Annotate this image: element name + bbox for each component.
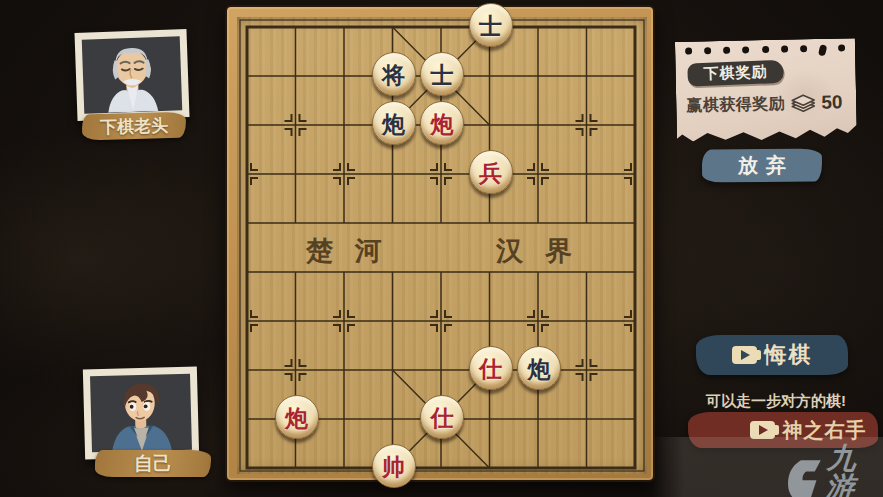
reward-line: 赢棋获得奖励 50: [686, 90, 843, 117]
piece-black-将[interactable]: 将: [372, 52, 416, 96]
binder-hole: [685, 48, 692, 55]
banknotes-icon: [788, 91, 818, 116]
hint-text: 可以走一步对方的棋!: [686, 392, 866, 411]
piece-glyph: 炮: [285, 406, 308, 429]
piece-glyph: 将: [382, 63, 405, 86]
piece-red-帅[interactable]: 帅: [372, 444, 416, 488]
piece-glyph: 炮: [382, 112, 405, 135]
piece-glyph: 仕: [431, 406, 454, 429]
binder-hole: [723, 47, 730, 54]
river-label-right: 汉界: [469, 233, 599, 269]
board-surface: 楚河 汉界 士将士炮炮兵仕炮炮仕帅: [237, 17, 647, 474]
piece-red-仕[interactable]: 仕: [420, 395, 464, 439]
binder-hole: [742, 46, 749, 53]
self-name-banner: 自己: [95, 450, 211, 477]
piece-red-炮[interactable]: 炮: [275, 395, 319, 439]
give-up-label: 放弃: [730, 152, 794, 180]
play-icon: [759, 425, 768, 435]
binder-hole: [762, 46, 769, 53]
piece-glyph: 炮: [528, 357, 551, 380]
piece-red-兵[interactable]: 兵: [469, 150, 513, 194]
binder-holes: [685, 44, 845, 58]
undo-move-button[interactable]: 悔棋: [696, 335, 848, 375]
give-up-button[interactable]: 放弃: [702, 148, 822, 182]
watermark-logo: 九游: [788, 444, 883, 497]
old-man-illustration: [82, 36, 183, 113]
binder-hole: [800, 45, 807, 52]
video-ad-icon: [732, 346, 757, 364]
binder-hole: [838, 44, 845, 51]
reward-note: 下棋奖励 赢棋获得奖励 50: [675, 38, 857, 145]
piece-glyph: 炮: [431, 112, 454, 135]
xiangqi-board[interactable]: 楚河 汉界 士将士炮炮兵仕炮炮仕帅: [225, 5, 655, 482]
reward-title: 下棋奖励: [703, 62, 768, 83]
piece-glyph: 兵: [479, 161, 502, 184]
piece-black-炮[interactable]: 炮: [372, 101, 416, 145]
opponent-avatar: [82, 36, 183, 113]
piece-glyph: 帅: [382, 455, 405, 478]
self-avatar-card: [83, 367, 199, 460]
9game-glyph-icon: [788, 458, 823, 497]
river-label-left: 楚河: [279, 233, 409, 269]
piece-red-炮[interactable]: 炮: [420, 101, 464, 145]
xiangqi-game-screen: 下棋老头 自己: [0, 0, 883, 497]
piece-glyph: 士: [479, 14, 502, 37]
piece-glyph: 士: [431, 63, 454, 86]
young-man-illustration: [90, 374, 192, 453]
binder-hole: [781, 46, 788, 53]
opponent-name-banner: 下棋老头: [82, 112, 187, 141]
play-icon: [741, 350, 750, 360]
piece-black-炮[interactable]: 炮: [517, 346, 561, 390]
opponent-name: 下棋老头: [100, 114, 169, 139]
piece-black-士[interactable]: 士: [469, 3, 513, 47]
reward-amount: 50: [821, 91, 843, 113]
piece-red-仕[interactable]: 仕: [469, 346, 513, 390]
binder-hole: [704, 47, 711, 54]
binder-hole: [818, 44, 827, 56]
self-avatar: [90, 374, 192, 453]
self-name: 自己: [134, 451, 172, 477]
watermark-text: 九游: [823, 444, 883, 497]
opponent-avatar-card: [74, 29, 189, 121]
reward-title-banner: 下棋奖励: [687, 60, 784, 87]
piece-black-士[interactable]: 士: [420, 52, 464, 96]
piece-glyph: 仕: [479, 357, 502, 380]
undo-label: 悔棋: [765, 340, 813, 370]
reward-text: 赢棋获得奖励: [686, 93, 785, 116]
